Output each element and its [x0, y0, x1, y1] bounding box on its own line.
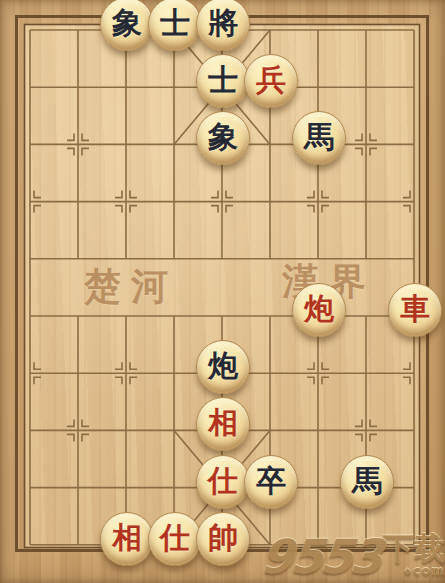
piece-black-advisor[interactable]: 士 [148, 0, 202, 51]
piece-black-elephant[interactable]: 象 [196, 111, 250, 165]
piece-red-general[interactable]: 帥 [196, 512, 250, 566]
piece-black-horse[interactable]: 馬 [292, 111, 346, 165]
piece-black-soldier[interactable]: 卒 [244, 455, 298, 509]
piece-black-elephant[interactable]: 象 [100, 0, 154, 51]
piece-red-cannon[interactable]: 炮 [292, 283, 346, 337]
piece-red-elephant[interactable]: 相 [100, 512, 154, 566]
pieces-layer: 象士將士兵象馬炮車炮相仕卒馬相仕帥 [0, 0, 445, 583]
piece-black-advisor[interactable]: 士 [196, 54, 250, 108]
piece-red-chariot[interactable]: 車 [388, 283, 442, 337]
piece-black-cannon[interactable]: 炮 [196, 340, 250, 394]
game-screen: 楚河 漢界 象士將士兵象馬炮車炮相仕卒馬相仕帥 9553 下载 ◆com [0, 0, 445, 583]
piece-black-horse[interactable]: 馬 [340, 455, 394, 509]
piece-red-advisor[interactable]: 仕 [148, 512, 202, 566]
piece-red-elephant[interactable]: 相 [196, 397, 250, 451]
piece-black-general[interactable]: 將 [196, 0, 250, 51]
piece-red-soldier[interactable]: 兵 [244, 54, 298, 108]
piece-red-advisor[interactable]: 仕 [196, 455, 250, 509]
